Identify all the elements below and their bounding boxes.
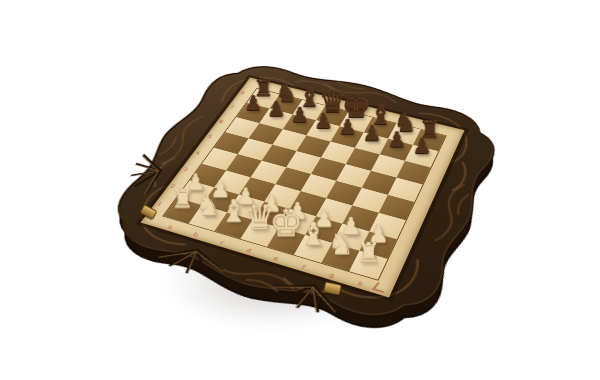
product-photo: ♜♞♝♛♚♝♞♜♟♟♟♟♟♟♟♟♟♟♟♟♟♟♟♟♜♞♝♛♚♝♞♜ abcdefg…	[0, 0, 600, 380]
scene: ♜♞♝♛♚♝♞♜♟♟♟♟♟♟♟♟♟♟♟♟♟♟♟♟♜♞♝♛♚♝♞♜ abcdefg…	[0, 0, 600, 380]
chess-case: ♜♞♝♛♚♝♞♜♟♟♟♟♟♟♟♟♟♟♟♟♟♟♟♟♜♞♝♛♚♝♞♜ abcdefg…	[73, 47, 518, 352]
square-f7: ♟	[355, 132, 388, 154]
